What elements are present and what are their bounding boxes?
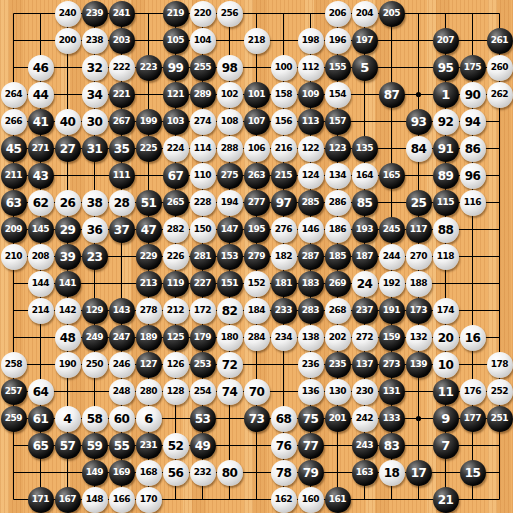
stone-black-147[interactable]: 147 xyxy=(217,217,243,243)
stone-white-216[interactable]: 216 xyxy=(271,136,297,162)
stone-black-223[interactable]: 223 xyxy=(136,55,162,81)
stone-white-182[interactable]: 182 xyxy=(271,244,297,270)
stone-white-172[interactable]: 172 xyxy=(190,298,216,324)
stone-white-82[interactable]: 82 xyxy=(217,298,243,324)
stone-black-119[interactable]: 119 xyxy=(163,271,189,297)
stone-white-44[interactable]: 44 xyxy=(28,82,54,108)
stone-black-15[interactable]: 15 xyxy=(460,460,486,486)
stone-black-259[interactable]: 259 xyxy=(1,406,27,432)
stone-white-236[interactable]: 236 xyxy=(298,352,324,378)
stone-white-98[interactable]: 98 xyxy=(217,55,243,81)
stone-black-209[interactable]: 209 xyxy=(1,217,27,243)
stone-black-43[interactable]: 43 xyxy=(28,163,54,189)
stone-white-80[interactable]: 80 xyxy=(217,460,243,486)
stone-black-73[interactable]: 73 xyxy=(244,406,270,432)
stone-white-108[interactable]: 108 xyxy=(217,109,243,135)
stone-white-284[interactable]: 284 xyxy=(244,325,270,351)
stone-black-149[interactable]: 149 xyxy=(82,460,108,486)
stone-white-4[interactable]: 4 xyxy=(55,406,81,432)
stone-black-93[interactable]: 93 xyxy=(406,109,432,135)
stone-black-49[interactable]: 49 xyxy=(190,433,216,459)
stone-black-141[interactable]: 141 xyxy=(55,271,81,297)
stone-black-229[interactable]: 229 xyxy=(136,244,162,270)
stone-black-133[interactable]: 133 xyxy=(379,406,405,432)
stone-white-24[interactable]: 24 xyxy=(352,271,378,297)
stone-black-143[interactable]: 143 xyxy=(109,298,135,324)
stone-black-233[interactable]: 233 xyxy=(271,298,297,324)
stone-black-177[interactable]: 177 xyxy=(460,406,486,432)
stone-white-118[interactable]: 118 xyxy=(433,244,459,270)
stone-black-211[interactable]: 211 xyxy=(1,163,27,189)
stone-white-56[interactable]: 56 xyxy=(163,460,189,486)
stone-white-246[interactable]: 246 xyxy=(109,352,135,378)
stone-white-138[interactable]: 138 xyxy=(298,325,324,351)
stone-black-193[interactable]: 193 xyxy=(352,217,378,243)
stone-white-158[interactable]: 158 xyxy=(271,82,297,108)
stone-white-134[interactable]: 134 xyxy=(325,163,351,189)
stone-white-112[interactable]: 112 xyxy=(298,55,324,81)
stone-black-1[interactable]: 1 xyxy=(433,82,459,108)
stone-black-261[interactable]: 261 xyxy=(487,28,513,54)
stone-black-167[interactable]: 167 xyxy=(55,487,81,513)
stone-white-270[interactable]: 270 xyxy=(406,244,432,270)
stone-white-40[interactable]: 40 xyxy=(55,109,81,135)
stone-white-168[interactable]: 168 xyxy=(136,460,162,486)
stone-black-207[interactable]: 207 xyxy=(433,28,459,54)
stone-white-238[interactable]: 238 xyxy=(82,28,108,54)
stone-black-131[interactable]: 131 xyxy=(379,379,405,405)
stone-white-244[interactable]: 244 xyxy=(379,244,405,270)
stone-black-235[interactable]: 235 xyxy=(325,352,351,378)
stone-white-190[interactable]: 190 xyxy=(55,352,81,378)
stone-black-155[interactable]: 155 xyxy=(325,55,351,81)
stone-white-84[interactable]: 84 xyxy=(406,136,432,162)
stone-white-64[interactable]: 64 xyxy=(28,379,54,405)
stone-black-107[interactable]: 107 xyxy=(244,109,270,135)
stone-white-252[interactable]: 252 xyxy=(487,379,513,405)
stone-black-83[interactable]: 83 xyxy=(379,433,405,459)
stone-black-97[interactable]: 97 xyxy=(271,190,297,216)
stone-white-228[interactable]: 228 xyxy=(190,190,216,216)
stone-black-283[interactable]: 283 xyxy=(298,298,324,324)
stone-black-269[interactable]: 269 xyxy=(325,271,351,297)
stone-white-204[interactable]: 204 xyxy=(352,1,378,27)
stone-white-20[interactable]: 20 xyxy=(433,325,459,351)
stone-white-18[interactable]: 18 xyxy=(379,460,405,486)
stone-black-201[interactable]: 201 xyxy=(325,406,351,432)
stone-white-266[interactable]: 266 xyxy=(1,109,27,135)
stone-white-232[interactable]: 232 xyxy=(190,460,216,486)
stone-white-214[interactable]: 214 xyxy=(28,298,54,324)
stone-white-212[interactable]: 212 xyxy=(163,298,189,324)
stone-white-10[interactable]: 10 xyxy=(433,352,459,378)
stone-white-148[interactable]: 148 xyxy=(82,487,108,513)
stone-black-21[interactable]: 21 xyxy=(433,487,459,513)
stone-white-34[interactable]: 34 xyxy=(82,82,108,108)
stone-white-122[interactable]: 122 xyxy=(298,136,324,162)
stone-black-67[interactable]: 67 xyxy=(163,163,189,189)
stone-black-45[interactable]: 45 xyxy=(1,136,27,162)
stone-white-208[interactable]: 208 xyxy=(28,244,54,270)
stone-black-273[interactable]: 273 xyxy=(379,352,405,378)
stone-white-74[interactable]: 74 xyxy=(217,379,243,405)
stone-white-6[interactable]: 6 xyxy=(136,406,162,432)
stone-black-35[interactable]: 35 xyxy=(109,136,135,162)
stone-white-248[interactable]: 248 xyxy=(109,379,135,405)
stone-black-253[interactable]: 253 xyxy=(190,352,216,378)
stone-white-28[interactable]: 28 xyxy=(109,190,135,216)
stone-white-170[interactable]: 170 xyxy=(136,487,162,513)
stone-black-59[interactable]: 59 xyxy=(82,433,108,459)
stone-white-114[interactable]: 114 xyxy=(190,136,216,162)
stone-white-240[interactable]: 240 xyxy=(55,1,81,27)
stone-black-29[interactable]: 29 xyxy=(55,217,81,243)
stone-white-262[interactable]: 262 xyxy=(487,82,513,108)
stone-black-159[interactable]: 159 xyxy=(379,325,405,351)
stone-black-91[interactable]: 91 xyxy=(433,136,459,162)
stone-black-255[interactable]: 255 xyxy=(190,55,216,81)
stone-black-117[interactable]: 117 xyxy=(406,217,432,243)
stone-white-156[interactable]: 156 xyxy=(271,109,297,135)
stone-black-101[interactable]: 101 xyxy=(244,82,270,108)
stone-black-121[interactable]: 121 xyxy=(163,82,189,108)
stone-black-95[interactable]: 95 xyxy=(433,55,459,81)
stone-black-257[interactable]: 257 xyxy=(1,379,27,405)
stone-white-130[interactable]: 130 xyxy=(325,379,351,405)
stone-black-281[interactable]: 281 xyxy=(190,244,216,270)
stone-white-104[interactable]: 104 xyxy=(190,28,216,54)
stone-white-222[interactable]: 222 xyxy=(109,55,135,81)
stone-white-210[interactable]: 210 xyxy=(1,244,27,270)
stone-white-58[interactable]: 58 xyxy=(82,406,108,432)
stone-black-199[interactable]: 199 xyxy=(136,109,162,135)
stone-white-180[interactable]: 180 xyxy=(217,325,243,351)
stone-black-285[interactable]: 285 xyxy=(298,190,324,216)
stone-white-282[interactable]: 282 xyxy=(163,217,189,243)
stone-black-51[interactable]: 51 xyxy=(136,190,162,216)
stone-black-169[interactable]: 169 xyxy=(109,460,135,486)
stone-black-165[interactable]: 165 xyxy=(379,163,405,189)
stone-black-275[interactable]: 275 xyxy=(217,163,243,189)
stone-black-237[interactable]: 237 xyxy=(352,298,378,324)
stone-black-37[interactable]: 37 xyxy=(109,217,135,243)
stone-black-279[interactable]: 279 xyxy=(244,244,270,270)
stone-white-48[interactable]: 48 xyxy=(55,325,81,351)
stone-white-52[interactable]: 52 xyxy=(163,433,189,459)
stone-black-53[interactable]: 53 xyxy=(190,406,216,432)
stone-white-286[interactable]: 286 xyxy=(325,190,351,216)
stone-black-31[interactable]: 31 xyxy=(82,136,108,162)
stone-black-213[interactable]: 213 xyxy=(136,271,162,297)
stone-black-105[interactable]: 105 xyxy=(163,28,189,54)
stone-black-173[interactable]: 173 xyxy=(406,298,432,324)
stone-black-115[interactable]: 115 xyxy=(433,190,459,216)
stone-white-132[interactable]: 132 xyxy=(406,325,432,351)
stone-black-241[interactable]: 241 xyxy=(109,1,135,27)
stone-black-251[interactable]: 251 xyxy=(487,406,513,432)
stone-white-26[interactable]: 26 xyxy=(55,190,81,216)
stone-white-78[interactable]: 78 xyxy=(271,460,297,486)
stone-white-70[interactable]: 70 xyxy=(244,379,270,405)
stone-black-55[interactable]: 55 xyxy=(109,433,135,459)
stone-white-218[interactable]: 218 xyxy=(244,28,270,54)
stone-white-92[interactable]: 92 xyxy=(433,109,459,135)
stone-black-265[interactable]: 265 xyxy=(163,190,189,216)
stone-white-188[interactable]: 188 xyxy=(406,271,432,297)
stone-black-183[interactable]: 183 xyxy=(298,271,324,297)
stone-white-260[interactable]: 260 xyxy=(487,55,513,81)
stone-black-249[interactable]: 249 xyxy=(82,325,108,351)
stone-white-280[interactable]: 280 xyxy=(136,379,162,405)
stone-white-72[interactable]: 72 xyxy=(217,352,243,378)
stone-black-87[interactable]: 87 xyxy=(379,82,405,108)
stone-black-271[interactable]: 271 xyxy=(28,136,54,162)
stone-black-205[interactable]: 205 xyxy=(379,1,405,27)
stone-white-242[interactable]: 242 xyxy=(352,406,378,432)
stone-black-17[interactable]: 17 xyxy=(406,460,432,486)
stone-white-230[interactable]: 230 xyxy=(352,379,378,405)
stone-black-239[interactable]: 239 xyxy=(82,1,108,27)
stone-white-196[interactable]: 196 xyxy=(325,28,351,54)
stone-white-46[interactable]: 46 xyxy=(28,55,54,81)
stone-black-135[interactable]: 135 xyxy=(352,136,378,162)
stone-white-250[interactable]: 250 xyxy=(82,352,108,378)
stone-white-128[interactable]: 128 xyxy=(163,379,189,405)
stone-white-194[interactable]: 194 xyxy=(217,190,243,216)
stone-white-154[interactable]: 154 xyxy=(325,82,351,108)
stone-white-126[interactable]: 126 xyxy=(163,352,189,378)
stone-white-88[interactable]: 88 xyxy=(433,217,459,243)
stone-black-63[interactable]: 63 xyxy=(1,190,27,216)
stone-black-75[interactable]: 75 xyxy=(298,406,324,432)
stone-black-231[interactable]: 231 xyxy=(136,433,162,459)
stone-black-145[interactable]: 145 xyxy=(28,217,54,243)
stone-black-11[interactable]: 11 xyxy=(433,379,459,405)
stone-black-225[interactable]: 225 xyxy=(136,136,162,162)
stone-white-256[interactable]: 256 xyxy=(217,1,243,27)
stone-black-219[interactable]: 219 xyxy=(163,1,189,27)
stone-black-77[interactable]: 77 xyxy=(298,433,324,459)
stone-white-142[interactable]: 142 xyxy=(55,298,81,324)
stone-black-125[interactable]: 125 xyxy=(163,325,189,351)
stone-black-109[interactable]: 109 xyxy=(298,82,324,108)
stone-black-5[interactable]: 5 xyxy=(352,55,378,81)
stone-white-124[interactable]: 124 xyxy=(298,163,324,189)
stone-white-62[interactable]: 62 xyxy=(28,190,54,216)
stone-white-200[interactable]: 200 xyxy=(55,28,81,54)
stone-black-25[interactable]: 25 xyxy=(406,190,432,216)
stone-white-110[interactable]: 110 xyxy=(190,163,216,189)
stone-black-191[interactable]: 191 xyxy=(379,298,405,324)
stone-black-79[interactable]: 79 xyxy=(298,460,324,486)
stone-white-144[interactable]: 144 xyxy=(28,271,54,297)
stone-black-9[interactable]: 9 xyxy=(433,406,459,432)
stone-black-215[interactable]: 215 xyxy=(271,163,297,189)
stone-black-263[interactable]: 263 xyxy=(244,163,270,189)
stone-black-243[interactable]: 243 xyxy=(352,433,378,459)
stone-white-152[interactable]: 152 xyxy=(244,271,270,297)
stone-white-178[interactable]: 178 xyxy=(487,352,513,378)
stone-white-68[interactable]: 68 xyxy=(271,406,297,432)
stone-white-30[interactable]: 30 xyxy=(82,109,108,135)
stone-black-7[interactable]: 7 xyxy=(433,433,459,459)
stone-black-61[interactable]: 61 xyxy=(28,406,54,432)
stone-white-278[interactable]: 278 xyxy=(136,298,162,324)
stone-white-174[interactable]: 174 xyxy=(433,298,459,324)
stone-white-100[interactable]: 100 xyxy=(271,55,297,81)
stone-white-226[interactable]: 226 xyxy=(163,244,189,270)
stone-black-175[interactable]: 175 xyxy=(460,55,486,81)
stone-white-76[interactable]: 76 xyxy=(271,433,297,459)
stone-white-254[interactable]: 254 xyxy=(190,379,216,405)
stone-black-287[interactable]: 287 xyxy=(298,244,324,270)
stone-black-289[interactable]: 289 xyxy=(190,82,216,108)
stone-black-187[interactable]: 187 xyxy=(352,244,378,270)
stone-white-116[interactable]: 116 xyxy=(460,190,486,216)
stone-black-189[interactable]: 189 xyxy=(136,325,162,351)
stone-white-162[interactable]: 162 xyxy=(271,487,297,513)
stone-white-288[interactable]: 288 xyxy=(217,136,243,162)
stone-black-153[interactable]: 153 xyxy=(217,244,243,270)
stone-black-57[interactable]: 57 xyxy=(55,433,81,459)
stone-white-224[interactable]: 224 xyxy=(163,136,189,162)
stone-white-206[interactable]: 206 xyxy=(325,1,351,27)
stone-white-32[interactable]: 32 xyxy=(82,55,108,81)
stone-white-234[interactable]: 234 xyxy=(271,325,297,351)
stone-white-94[interactable]: 94 xyxy=(460,109,486,135)
stone-black-127[interactable]: 127 xyxy=(136,352,162,378)
stone-white-164[interactable]: 164 xyxy=(352,163,378,189)
stone-white-36[interactable]: 36 xyxy=(82,217,108,243)
stone-white-272[interactable]: 272 xyxy=(352,325,378,351)
stone-black-179[interactable]: 179 xyxy=(190,325,216,351)
stone-white-276[interactable]: 276 xyxy=(271,217,297,243)
stone-white-146[interactable]: 146 xyxy=(298,217,324,243)
go-board[interactable]: 2402392412192202562062042052002382031051… xyxy=(0,0,513,513)
stone-black-157[interactable]: 157 xyxy=(325,109,351,135)
stone-black-247[interactable]: 247 xyxy=(109,325,135,351)
stone-white-186[interactable]: 186 xyxy=(325,217,351,243)
stone-black-123[interactable]: 123 xyxy=(325,136,351,162)
stone-black-181[interactable]: 181 xyxy=(271,271,297,297)
stone-white-202[interactable]: 202 xyxy=(325,325,351,351)
stone-white-184[interactable]: 184 xyxy=(244,298,270,324)
stone-black-129[interactable]: 129 xyxy=(82,298,108,324)
stone-black-195[interactable]: 195 xyxy=(244,217,270,243)
stone-black-85[interactable]: 85 xyxy=(352,190,378,216)
stone-white-90[interactable]: 90 xyxy=(460,82,486,108)
stone-black-89[interactable]: 89 xyxy=(433,163,459,189)
stone-white-16[interactable]: 16 xyxy=(460,325,486,351)
stone-black-267[interactable]: 267 xyxy=(109,109,135,135)
stone-white-86[interactable]: 86 xyxy=(460,136,486,162)
stone-black-221[interactable]: 221 xyxy=(109,82,135,108)
stone-white-258[interactable]: 258 xyxy=(1,352,27,378)
star-point xyxy=(416,416,421,421)
stone-black-185[interactable]: 185 xyxy=(325,244,351,270)
stone-black-47[interactable]: 47 xyxy=(136,217,162,243)
stone-black-23[interactable]: 23 xyxy=(82,244,108,270)
stone-white-150[interactable]: 150 xyxy=(190,217,216,243)
stone-black-65[interactable]: 65 xyxy=(28,433,54,459)
stone-white-176[interactable]: 176 xyxy=(460,379,486,405)
stone-black-203[interactable]: 203 xyxy=(109,28,135,54)
stone-white-198[interactable]: 198 xyxy=(298,28,324,54)
stone-white-60[interactable]: 60 xyxy=(109,406,135,432)
stone-white-136[interactable]: 136 xyxy=(298,379,324,405)
stone-black-99[interactable]: 99 xyxy=(163,55,189,81)
stone-black-137[interactable]: 137 xyxy=(352,352,378,378)
stone-white-160[interactable]: 160 xyxy=(298,487,324,513)
stone-white-220[interactable]: 220 xyxy=(190,1,216,27)
stone-black-151[interactable]: 151 xyxy=(217,271,243,297)
stone-black-41[interactable]: 41 xyxy=(28,109,54,135)
stone-black-111[interactable]: 111 xyxy=(109,163,135,189)
stone-black-171[interactable]: 171 xyxy=(28,487,54,513)
stone-black-197[interactable]: 197 xyxy=(352,28,378,54)
stone-black-161[interactable]: 161 xyxy=(325,487,351,513)
star-point xyxy=(416,92,421,97)
stone-black-39[interactable]: 39 xyxy=(55,244,81,270)
stone-white-38[interactable]: 38 xyxy=(82,190,108,216)
stone-black-277[interactable]: 277 xyxy=(244,190,270,216)
stone-black-139[interactable]: 139 xyxy=(406,352,432,378)
stone-white-268[interactable]: 268 xyxy=(325,298,351,324)
stone-white-96[interactable]: 96 xyxy=(460,163,486,189)
stone-black-27[interactable]: 27 xyxy=(55,136,81,162)
stone-white-264[interactable]: 264 xyxy=(1,82,27,108)
stone-black-245[interactable]: 245 xyxy=(379,217,405,243)
stone-white-274[interactable]: 274 xyxy=(190,109,216,135)
stone-white-192[interactable]: 192 xyxy=(379,271,405,297)
stone-white-166[interactable]: 166 xyxy=(109,487,135,513)
stone-white-102[interactable]: 102 xyxy=(217,82,243,108)
stone-black-163[interactable]: 163 xyxy=(352,460,378,486)
stone-black-113[interactable]: 113 xyxy=(298,109,324,135)
stone-white-106[interactable]: 106 xyxy=(244,136,270,162)
stone-black-227[interactable]: 227 xyxy=(190,271,216,297)
stone-black-103[interactable]: 103 xyxy=(163,109,189,135)
